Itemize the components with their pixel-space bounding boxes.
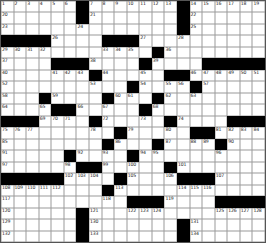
white-cell[interactable]: 72 (102, 116, 115, 127)
white-cell[interactable]: 91 (1, 150, 14, 161)
white-cell[interactable] (177, 139, 190, 150)
white-cell[interactable] (51, 150, 64, 161)
white-cell[interactable]: 88 (190, 139, 203, 150)
white-cell[interactable] (164, 12, 177, 23)
white-cell[interactable]: 32 (39, 47, 52, 58)
white-cell[interactable]: 36 (164, 47, 177, 58)
white-cell[interactable] (227, 35, 240, 46)
white-cell[interactable] (252, 185, 265, 196)
white-cell[interactable]: 105 (127, 173, 140, 184)
white-cell[interactable]: 1 (1, 1, 14, 12)
white-cell[interactable]: 56 (177, 81, 190, 92)
white-cell[interactable] (252, 47, 265, 58)
white-cell[interactable]: 97 (1, 162, 14, 173)
white-cell[interactable] (152, 116, 165, 127)
white-cell[interactable] (227, 162, 240, 173)
white-cell[interactable] (127, 116, 140, 127)
white-cell[interactable] (190, 104, 203, 115)
white-cell[interactable] (26, 12, 39, 23)
white-cell[interactable]: 7 (89, 1, 102, 12)
white-cell[interactable] (152, 162, 165, 173)
white-cell[interactable] (190, 58, 203, 69)
white-cell[interactable]: 5 (51, 1, 64, 12)
white-cell[interactable] (139, 24, 152, 35)
white-cell[interactable] (76, 81, 89, 92)
white-cell[interactable] (215, 12, 228, 23)
white-cell[interactable] (202, 231, 215, 242)
white-cell[interactable] (26, 93, 39, 104)
white-cell[interactable] (114, 70, 127, 81)
white-cell[interactable] (51, 208, 64, 219)
white-cell[interactable] (164, 150, 177, 161)
white-cell[interactable]: 104 (89, 173, 102, 184)
white-cell[interactable] (127, 104, 140, 115)
white-cell[interactable] (89, 35, 102, 46)
white-cell[interactable]: 131 (190, 219, 203, 230)
white-cell[interactable] (14, 150, 27, 161)
white-cell[interactable]: 93 (102, 150, 115, 161)
white-cell[interactable]: 30 (14, 47, 27, 58)
white-cell[interactable] (64, 139, 77, 150)
white-cell[interactable] (14, 139, 27, 150)
white-cell[interactable]: 58 (1, 93, 14, 104)
white-cell[interactable] (89, 150, 102, 161)
white-cell[interactable]: 48 (215, 70, 228, 81)
white-cell[interactable] (190, 47, 203, 58)
white-cell[interactable]: 9 (114, 1, 127, 12)
white-cell[interactable] (26, 24, 39, 35)
white-cell[interactable] (164, 208, 177, 219)
white-cell[interactable] (102, 173, 115, 184)
white-cell[interactable] (215, 116, 228, 127)
white-cell[interactable]: 84 (252, 127, 265, 138)
white-cell[interactable] (139, 93, 152, 104)
white-cell[interactable]: 43 (76, 70, 89, 81)
white-cell[interactable]: 71 (64, 116, 77, 127)
white-cell[interactable] (102, 219, 115, 230)
white-cell[interactable] (227, 24, 240, 35)
white-cell[interactable]: 59 (51, 93, 64, 104)
white-cell[interactable] (190, 35, 203, 46)
white-cell[interactable] (102, 231, 115, 242)
white-cell[interactable] (26, 150, 39, 161)
white-cell[interactable] (26, 81, 39, 92)
white-cell[interactable] (177, 208, 190, 219)
white-cell[interactable]: 95 (152, 150, 165, 161)
white-cell[interactable] (139, 185, 152, 196)
white-cell[interactable] (202, 104, 215, 115)
white-cell[interactable]: 67 (102, 104, 115, 115)
white-cell[interactable] (164, 35, 177, 46)
white-cell[interactable] (39, 162, 52, 173)
white-cell[interactable] (51, 196, 64, 207)
white-cell[interactable]: 4 (39, 1, 52, 12)
white-cell[interactable] (202, 47, 215, 58)
white-cell[interactable]: 51 (252, 70, 265, 81)
white-cell[interactable] (76, 93, 89, 104)
white-cell[interactable]: 89 (202, 139, 215, 150)
white-cell[interactable]: 132 (1, 231, 14, 242)
white-cell[interactable]: 101 (177, 162, 190, 173)
white-cell[interactable]: 60 (114, 93, 127, 104)
white-cell[interactable] (64, 231, 77, 242)
white-cell[interactable] (64, 93, 77, 104)
white-cell[interactable] (177, 104, 190, 115)
white-cell[interactable] (26, 58, 39, 69)
white-cell[interactable] (39, 12, 52, 23)
white-cell[interactable]: 10 (127, 1, 140, 12)
white-cell[interactable] (139, 173, 152, 184)
white-cell[interactable] (26, 219, 39, 230)
white-cell[interactable]: 57 (202, 81, 215, 92)
white-cell[interactable]: 38 (89, 58, 102, 69)
white-cell[interactable] (215, 231, 228, 242)
white-cell[interactable]: 133 (89, 231, 102, 242)
white-cell[interactable]: 26 (51, 35, 64, 46)
white-cell[interactable] (215, 35, 228, 46)
white-cell[interactable] (64, 35, 77, 46)
white-cell[interactable]: 122 (127, 208, 140, 219)
white-cell[interactable] (177, 47, 190, 58)
white-cell[interactable] (14, 104, 27, 115)
white-cell[interactable]: 110 (26, 185, 39, 196)
white-cell[interactable] (240, 173, 253, 184)
white-cell[interactable] (152, 127, 165, 138)
white-cell[interactable] (39, 58, 52, 69)
white-cell[interactable]: 47 (202, 70, 215, 81)
white-cell[interactable] (102, 12, 115, 23)
white-cell[interactable] (227, 104, 240, 115)
white-cell[interactable] (76, 185, 89, 196)
white-cell[interactable] (152, 24, 165, 35)
white-cell[interactable] (127, 24, 140, 35)
white-cell[interactable] (51, 24, 64, 35)
white-cell[interactable]: 46 (190, 70, 203, 81)
white-cell[interactable]: 70 (51, 116, 64, 127)
white-cell[interactable] (64, 47, 77, 58)
white-cell[interactable] (39, 231, 52, 242)
white-cell[interactable] (227, 93, 240, 104)
white-cell[interactable]: 113 (114, 185, 127, 196)
white-cell[interactable]: 34 (114, 47, 127, 58)
white-cell[interactable] (76, 139, 89, 150)
white-cell[interactable] (102, 127, 115, 138)
white-cell[interactable] (240, 104, 253, 115)
white-cell[interactable] (152, 219, 165, 230)
white-cell[interactable]: 22 (190, 12, 203, 23)
white-cell[interactable]: 68 (152, 104, 165, 115)
white-cell[interactable] (177, 58, 190, 69)
white-cell[interactable] (252, 81, 265, 92)
white-cell[interactable]: 45 (139, 70, 152, 81)
white-cell[interactable]: 118 (102, 196, 115, 207)
white-cell[interactable] (14, 162, 27, 173)
white-cell[interactable]: 123 (139, 208, 152, 219)
white-cell[interactable] (114, 231, 127, 242)
white-cell[interactable] (114, 196, 127, 207)
white-cell[interactable] (26, 139, 39, 150)
white-cell[interactable] (26, 104, 39, 115)
white-cell[interactable] (227, 185, 240, 196)
white-cell[interactable] (202, 24, 215, 35)
white-cell[interactable] (64, 81, 77, 92)
white-cell[interactable]: 126 (227, 208, 240, 219)
white-cell[interactable] (240, 81, 253, 92)
white-cell[interactable] (240, 219, 253, 230)
white-cell[interactable] (14, 12, 27, 23)
white-cell[interactable]: 83 (240, 127, 253, 138)
white-cell[interactable]: 33 (102, 47, 115, 58)
white-cell[interactable] (127, 58, 140, 69)
white-cell[interactable] (114, 208, 127, 219)
white-cell[interactable] (139, 12, 152, 23)
white-cell[interactable] (64, 208, 77, 219)
white-cell[interactable] (152, 35, 165, 46)
white-cell[interactable] (102, 24, 115, 35)
white-cell[interactable] (51, 81, 64, 92)
white-cell[interactable]: 81 (215, 127, 228, 138)
white-cell[interactable] (89, 104, 102, 115)
white-cell[interactable] (177, 196, 190, 207)
white-cell[interactable]: 108 (1, 185, 14, 196)
white-cell[interactable] (51, 12, 64, 23)
white-cell[interactable] (127, 12, 140, 23)
white-cell[interactable] (39, 196, 52, 207)
white-cell[interactable] (14, 231, 27, 242)
white-cell[interactable] (89, 24, 102, 35)
white-cell[interactable] (227, 47, 240, 58)
white-cell[interactable] (240, 231, 253, 242)
white-cell[interactable] (190, 116, 203, 127)
white-cell[interactable] (202, 208, 215, 219)
white-cell[interactable] (240, 150, 253, 161)
white-cell[interactable] (252, 104, 265, 115)
white-cell[interactable]: 79 (127, 127, 140, 138)
white-cell[interactable]: 128 (252, 208, 265, 219)
white-cell[interactable] (152, 185, 165, 196)
white-cell[interactable]: 75 (1, 127, 14, 138)
white-cell[interactable]: 120 (1, 208, 14, 219)
white-cell[interactable] (51, 139, 64, 150)
white-cell[interactable]: 134 (190, 231, 203, 242)
white-cell[interactable] (102, 81, 115, 92)
white-cell[interactable] (76, 35, 89, 46)
white-cell[interactable] (89, 47, 102, 58)
white-cell[interactable] (215, 185, 228, 196)
white-cell[interactable]: 124 (152, 208, 165, 219)
white-cell[interactable]: 65 (39, 104, 52, 115)
white-cell[interactable] (26, 70, 39, 81)
white-cell[interactable] (252, 162, 265, 173)
white-cell[interactable] (139, 162, 152, 173)
white-cell[interactable] (215, 24, 228, 35)
white-cell[interactable] (202, 162, 215, 173)
white-cell[interactable] (252, 173, 265, 184)
white-cell[interactable] (227, 12, 240, 23)
white-cell[interactable] (215, 219, 228, 230)
white-cell[interactable] (139, 139, 152, 150)
white-cell[interactable] (114, 24, 127, 35)
white-cell[interactable]: 28 (177, 35, 190, 46)
white-cell[interactable]: 125 (215, 208, 228, 219)
white-cell[interactable] (114, 150, 127, 161)
white-cell[interactable]: 40 (1, 70, 14, 81)
white-cell[interactable] (252, 139, 265, 150)
white-cell[interactable] (39, 70, 52, 81)
white-cell[interactable] (39, 208, 52, 219)
white-cell[interactable]: 100 (127, 162, 140, 173)
white-cell[interactable] (51, 47, 64, 58)
white-cell[interactable] (252, 24, 265, 35)
white-cell[interactable] (202, 219, 215, 230)
white-cell[interactable] (39, 81, 52, 92)
white-cell[interactable] (39, 127, 52, 138)
white-cell[interactable] (14, 208, 27, 219)
white-cell[interactable] (202, 196, 215, 207)
white-cell[interactable] (51, 162, 64, 173)
white-cell[interactable] (227, 173, 240, 184)
white-cell[interactable] (139, 219, 152, 230)
white-cell[interactable] (177, 127, 190, 138)
white-cell[interactable] (127, 231, 140, 242)
white-cell[interactable] (26, 231, 39, 242)
white-cell[interactable] (76, 47, 89, 58)
white-cell[interactable] (64, 219, 77, 230)
white-cell[interactable]: 63 (190, 93, 203, 104)
white-cell[interactable]: 78 (89, 127, 102, 138)
white-cell[interactable]: 24 (76, 24, 89, 35)
white-cell[interactable] (64, 185, 77, 196)
white-cell[interactable]: 8 (102, 1, 115, 12)
white-cell[interactable]: 86 (114, 139, 127, 150)
white-cell[interactable]: 80 (164, 127, 177, 138)
white-cell[interactable] (114, 81, 127, 92)
white-cell[interactable] (252, 231, 265, 242)
white-cell[interactable]: 117 (1, 196, 14, 207)
white-cell[interactable]: 54 (139, 81, 152, 92)
white-cell[interactable]: 121 (89, 208, 102, 219)
white-cell[interactable] (51, 231, 64, 242)
white-cell[interactable] (14, 93, 27, 104)
white-cell[interactable] (139, 47, 152, 58)
white-cell[interactable] (89, 196, 102, 207)
white-cell[interactable]: 127 (240, 208, 253, 219)
white-cell[interactable]: 41 (51, 70, 64, 81)
white-cell[interactable] (64, 24, 77, 35)
white-cell[interactable] (190, 150, 203, 161)
white-cell[interactable] (240, 162, 253, 173)
white-cell[interactable]: 130 (89, 219, 102, 230)
white-cell[interactable] (240, 185, 253, 196)
white-cell[interactable]: 90 (227, 139, 240, 150)
white-cell[interactable]: 19 (252, 1, 265, 12)
white-cell[interactable] (102, 58, 115, 69)
white-cell[interactable] (76, 196, 89, 207)
white-cell[interactable] (152, 231, 165, 242)
white-cell[interactable] (190, 196, 203, 207)
white-cell[interactable]: 11 (139, 1, 152, 12)
white-cell[interactable] (164, 104, 177, 115)
white-cell[interactable]: 49 (227, 70, 240, 81)
white-cell[interactable]: 12 (152, 1, 165, 12)
white-cell[interactable] (240, 24, 253, 35)
white-cell[interactable]: 14 (190, 1, 203, 12)
white-cell[interactable]: 35 (127, 47, 140, 58)
white-cell[interactable] (240, 139, 253, 150)
white-cell[interactable] (39, 219, 52, 230)
white-cell[interactable] (252, 219, 265, 230)
white-cell[interactable] (14, 219, 27, 230)
white-cell[interactable]: 17 (227, 1, 240, 12)
white-cell[interactable] (177, 150, 190, 161)
white-cell[interactable] (127, 185, 140, 196)
white-cell[interactable] (127, 219, 140, 230)
white-cell[interactable] (164, 185, 177, 196)
white-cell[interactable]: 50 (240, 70, 253, 81)
white-cell[interactable]: 94 (139, 150, 152, 161)
white-cell[interactable] (190, 162, 203, 173)
white-cell[interactable]: 98 (64, 162, 77, 173)
white-cell[interactable] (64, 12, 77, 23)
white-cell[interactable] (89, 93, 102, 104)
white-cell[interactable] (240, 47, 253, 58)
white-cell[interactable]: 103 (76, 173, 89, 184)
white-cell[interactable]: 39 (152, 58, 165, 69)
white-cell[interactable] (139, 127, 152, 138)
white-cell[interactable]: 115 (190, 185, 203, 196)
white-cell[interactable] (164, 231, 177, 242)
white-cell[interactable]: 21 (89, 12, 102, 23)
white-cell[interactable]: 27 (139, 35, 152, 46)
white-cell[interactable] (14, 24, 27, 35)
white-cell[interactable]: 64 (1, 104, 14, 115)
white-cell[interactable]: 106 (164, 173, 177, 184)
white-cell[interactable] (114, 104, 127, 115)
white-cell[interactable] (152, 70, 165, 81)
white-cell[interactable] (227, 81, 240, 92)
white-cell[interactable] (252, 150, 265, 161)
white-cell[interactable] (215, 93, 228, 104)
white-cell[interactable]: 23 (1, 24, 14, 35)
white-cell[interactable] (202, 12, 215, 23)
white-cell[interactable]: 92 (76, 150, 89, 161)
white-cell[interactable]: 111 (39, 185, 52, 196)
white-cell[interactable]: 61 (127, 93, 140, 104)
white-cell[interactable]: 73 (139, 116, 152, 127)
white-cell[interactable] (202, 150, 215, 161)
white-cell[interactable] (14, 58, 27, 69)
white-cell[interactable] (215, 104, 228, 115)
white-cell[interactable] (51, 127, 64, 138)
white-cell[interactable] (240, 35, 253, 46)
white-cell[interactable]: 6 (64, 1, 77, 12)
white-cell[interactable] (240, 93, 253, 104)
white-cell[interactable]: 37 (1, 58, 14, 69)
white-cell[interactable] (26, 162, 39, 173)
white-cell[interactable]: 53 (89, 81, 102, 92)
white-cell[interactable] (39, 150, 52, 161)
white-cell[interactable] (215, 47, 228, 58)
white-cell[interactable]: 69 (39, 116, 52, 127)
white-cell[interactable] (202, 35, 215, 46)
white-cell[interactable] (14, 196, 27, 207)
white-cell[interactable] (114, 12, 127, 23)
white-cell[interactable] (26, 196, 39, 207)
white-cell[interactable]: 112 (51, 185, 64, 196)
white-cell[interactable] (139, 231, 152, 242)
white-cell[interactable]: 129 (1, 219, 14, 230)
white-cell[interactable] (240, 12, 253, 23)
